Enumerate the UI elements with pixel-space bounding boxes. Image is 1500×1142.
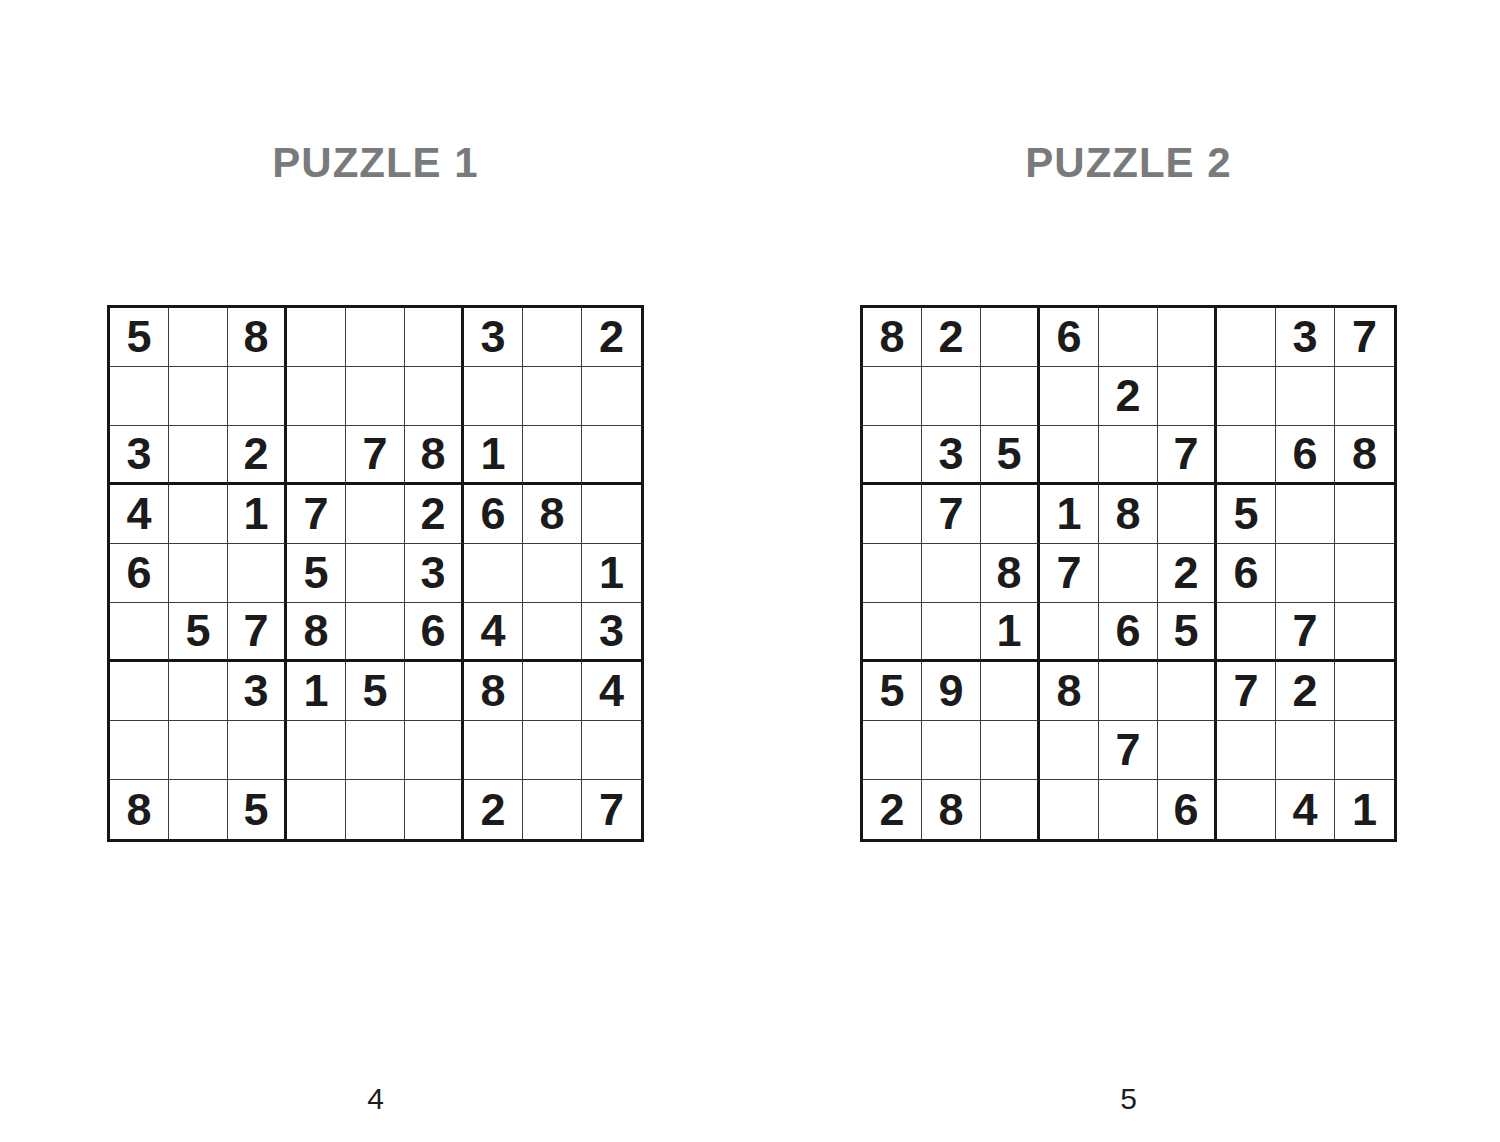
- puzzle-1-cell-r7c9: 4: [582, 662, 641, 721]
- puzzle-1-cell-r8c7[interactable]: [464, 721, 523, 780]
- puzzle-2-cell-r8c8[interactable]: [1276, 721, 1335, 780]
- puzzle-2-cell-r2c5: 2: [1099, 367, 1158, 426]
- puzzle-1-cell-r5c2[interactable]: [169, 544, 228, 603]
- puzzle-2-cell-r6c3: 1: [981, 603, 1040, 662]
- puzzle-1-cell-r7c4: 1: [287, 662, 346, 721]
- puzzle-2-cell-r3c5[interactable]: [1099, 426, 1158, 485]
- puzzle-2-cell-r6c4[interactable]: [1040, 603, 1099, 662]
- book-spread: PUZZLE 1 5832327814172686531578643315848…: [0, 0, 1500, 1142]
- puzzle-2-cell-r8c1[interactable]: [863, 721, 922, 780]
- puzzle-1-cell-r2c6[interactable]: [405, 367, 464, 426]
- puzzle-1-cell-r1c9: 2: [582, 308, 641, 367]
- puzzle-1-cell-r9c5[interactable]: [346, 780, 405, 839]
- puzzle-2-cell-r5c2[interactable]: [922, 544, 981, 603]
- puzzle-1-cell-r6c3: 7: [228, 603, 287, 662]
- puzzle-1-cell-r3c1: 3: [110, 426, 169, 485]
- puzzle-1-cell-r6c5[interactable]: [346, 603, 405, 662]
- puzzle-2-cell-r9c8: 4: [1276, 780, 1335, 839]
- puzzle-2-cell-r3c1[interactable]: [863, 426, 922, 485]
- puzzle-1-cell-r4c7: 6: [464, 485, 523, 544]
- puzzle-2-cell-r8c4[interactable]: [1040, 721, 1099, 780]
- puzzle-2-cell-r3c8: 6: [1276, 426, 1335, 485]
- puzzle-2: PUZZLE 2 8263723576871858726165759872728…: [860, 142, 1397, 842]
- puzzle-2-cell-r7c7: 7: [1217, 662, 1276, 721]
- puzzle-2-cell-r8c3[interactable]: [981, 721, 1040, 780]
- puzzle-1-cell-r4c9[interactable]: [582, 485, 641, 544]
- puzzle-1-cell-r6c8[interactable]: [523, 603, 582, 662]
- puzzle-1-cell-r5c4: 5: [287, 544, 346, 603]
- puzzle-2-cell-r4c5: 8: [1099, 485, 1158, 544]
- puzzle-2-cell-r9c3[interactable]: [981, 780, 1040, 839]
- puzzle-1-cell-r3c7: 1: [464, 426, 523, 485]
- puzzle-1-cell-r9c1: 8: [110, 780, 169, 839]
- puzzle-2-cell-r7c6[interactable]: [1158, 662, 1217, 721]
- puzzle-2-cell-r6c7[interactable]: [1217, 603, 1276, 662]
- puzzle-2-cell-r3c3: 5: [981, 426, 1040, 485]
- puzzle-1-cell-r7c6[interactable]: [405, 662, 464, 721]
- puzzle-1-cell-r4c6: 2: [405, 485, 464, 544]
- puzzle-2-board: 8263723576871858726165759872728641: [860, 305, 1397, 842]
- puzzle-1-cell-r5c1: 6: [110, 544, 169, 603]
- puzzle-1-cell-r5c3[interactable]: [228, 544, 287, 603]
- puzzle-2-cell-r7c4: 8: [1040, 662, 1099, 721]
- puzzle-2-cell-r5c9[interactable]: [1335, 544, 1394, 603]
- puzzle-1-cell-r1c4[interactable]: [287, 308, 346, 367]
- puzzle-2-cell-r4c6[interactable]: [1158, 485, 1217, 544]
- puzzle-2-cell-r8c6[interactable]: [1158, 721, 1217, 780]
- puzzle-1-cell-r2c4[interactable]: [287, 367, 346, 426]
- puzzle-1-cell-r2c7[interactable]: [464, 367, 523, 426]
- puzzle-2-cell-r1c7[interactable]: [1217, 308, 1276, 367]
- puzzle-2-title: PUZZLE 2: [860, 142, 1397, 184]
- puzzle-1-cell-r9c9: 7: [582, 780, 641, 839]
- puzzle-2-cell-r8c5: 7: [1099, 721, 1158, 780]
- puzzle-1-cell-r5c5[interactable]: [346, 544, 405, 603]
- puzzle-2-cell-r4c3[interactable]: [981, 485, 1040, 544]
- puzzle-1-cell-r2c9[interactable]: [582, 367, 641, 426]
- puzzle-1-cell-r9c3: 5: [228, 780, 287, 839]
- puzzle-2-cell-r3c4[interactable]: [1040, 426, 1099, 485]
- puzzle-1-cell-r6c2: 5: [169, 603, 228, 662]
- puzzle-2-cell-r6c2[interactable]: [922, 603, 981, 662]
- puzzle-2-cell-r9c9: 1: [1335, 780, 1394, 839]
- puzzle-1-cell-r4c3: 1: [228, 485, 287, 544]
- puzzle-2-cell-r5c7: 6: [1217, 544, 1276, 603]
- puzzle-2-cell-r9c5[interactable]: [1099, 780, 1158, 839]
- puzzle-1-cell-r3c5: 7: [346, 426, 405, 485]
- puzzle-1-cell-r3c4[interactable]: [287, 426, 346, 485]
- puzzle-2-cell-r9c7[interactable]: [1217, 780, 1276, 839]
- puzzle-2-cell-r5c1[interactable]: [863, 544, 922, 603]
- puzzle-2-cell-r5c8[interactable]: [1276, 544, 1335, 603]
- puzzle-1-cell-r8c5[interactable]: [346, 721, 405, 780]
- puzzle-2-cell-r6c6: 5: [1158, 603, 1217, 662]
- puzzle-2-cell-r7c1: 5: [863, 662, 922, 721]
- puzzle-1-cell-r8c3[interactable]: [228, 721, 287, 780]
- puzzle-1-cell-r8c9[interactable]: [582, 721, 641, 780]
- puzzle-1-cell-r9c7: 2: [464, 780, 523, 839]
- puzzle-1-cell-r9c4[interactable]: [287, 780, 346, 839]
- puzzle-2-cell-r7c9[interactable]: [1335, 662, 1394, 721]
- puzzle-1-cell-r1c5[interactable]: [346, 308, 405, 367]
- puzzle-2-cell-r2c6[interactable]: [1158, 367, 1217, 426]
- puzzle-2-cell-r9c1: 2: [863, 780, 922, 839]
- puzzle-2-cell-r7c2: 9: [922, 662, 981, 721]
- page-number-left: 4: [107, 1082, 644, 1116]
- puzzle-2-cell-r3c7[interactable]: [1217, 426, 1276, 485]
- puzzle-2-cell-r5c4: 7: [1040, 544, 1099, 603]
- puzzle-2-cell-r2c8[interactable]: [1276, 367, 1335, 426]
- puzzle-1-cell-r8c2[interactable]: [169, 721, 228, 780]
- puzzle-1-cell-r6c6: 6: [405, 603, 464, 662]
- puzzle-1-cell-r6c7: 4: [464, 603, 523, 662]
- puzzle-2-cell-r9c4[interactable]: [1040, 780, 1099, 839]
- page-number-right: 5: [860, 1082, 1397, 1116]
- puzzle-1-title: PUZZLE 1: [107, 142, 644, 184]
- puzzle-1-cell-r1c1: 5: [110, 308, 169, 367]
- puzzle-1-cell-r1c3: 8: [228, 308, 287, 367]
- puzzle-2-cell-r6c8: 7: [1276, 603, 1335, 662]
- puzzle-1-cell-r7c3: 3: [228, 662, 287, 721]
- puzzle-2-cell-r1c6[interactable]: [1158, 308, 1217, 367]
- puzzle-2-cell-r4c8[interactable]: [1276, 485, 1335, 544]
- puzzle-1-cell-r4c1: 4: [110, 485, 169, 544]
- puzzle-2-cell-r3c2: 3: [922, 426, 981, 485]
- puzzle-1-cell-r9c6[interactable]: [405, 780, 464, 839]
- puzzle-1-cell-r7c7: 8: [464, 662, 523, 721]
- puzzle-2-cell-r6c9[interactable]: [1335, 603, 1394, 662]
- puzzle-1-cell-r6c4: 8: [287, 603, 346, 662]
- puzzle-2-cell-r2c3[interactable]: [981, 367, 1040, 426]
- puzzle-2-cell-r2c4[interactable]: [1040, 367, 1099, 426]
- puzzle-1-cell-r7c5: 5: [346, 662, 405, 721]
- puzzle-1-cell-r3c9[interactable]: [582, 426, 641, 485]
- puzzle-2-cell-r9c6: 6: [1158, 780, 1217, 839]
- puzzle-2-cell-r1c3[interactable]: [981, 308, 1040, 367]
- puzzle-1-cell-r8c8[interactable]: [523, 721, 582, 780]
- puzzle-1-cell-r5c8[interactable]: [523, 544, 582, 603]
- puzzle-1-cell-r8c1[interactable]: [110, 721, 169, 780]
- puzzle-1-cell-r2c5[interactable]: [346, 367, 405, 426]
- puzzle-1-cell-r9c2[interactable]: [169, 780, 228, 839]
- puzzle-1-cell-r5c7[interactable]: [464, 544, 523, 603]
- puzzle-2-cell-r1c5[interactable]: [1099, 308, 1158, 367]
- puzzle-1-cell-r1c8[interactable]: [523, 308, 582, 367]
- puzzle-1-cell-r1c7: 3: [464, 308, 523, 367]
- puzzle-2-cell-r7c3[interactable]: [981, 662, 1040, 721]
- puzzle-2-cell-r4c1[interactable]: [863, 485, 922, 544]
- puzzle-2-cell-r4c2: 7: [922, 485, 981, 544]
- puzzle-1: PUZZLE 1 5832327814172686531578643315848…: [107, 142, 644, 842]
- puzzle-2-cell-r2c1[interactable]: [863, 367, 922, 426]
- puzzle-2-cell-r1c1: 8: [863, 308, 922, 367]
- puzzle-2-cell-r5c6: 2: [1158, 544, 1217, 603]
- puzzle-2-cell-r9c2: 8: [922, 780, 981, 839]
- puzzle-1-cell-r7c2[interactable]: [169, 662, 228, 721]
- puzzle-1-cell-r4c2[interactable]: [169, 485, 228, 544]
- puzzle-1-cell-r2c2[interactable]: [169, 367, 228, 426]
- puzzle-1-cell-r4c4: 7: [287, 485, 346, 544]
- puzzle-2-cell-r4c4: 1: [1040, 485, 1099, 544]
- puzzle-1-cell-r5c6: 3: [405, 544, 464, 603]
- puzzle-2-cell-r1c4: 6: [1040, 308, 1099, 367]
- puzzle-2-cell-r7c8: 2: [1276, 662, 1335, 721]
- puzzle-2-cell-r5c3: 8: [981, 544, 1040, 603]
- puzzle-1-cell-r3c2[interactable]: [169, 426, 228, 485]
- puzzle-1-cell-r3c3: 2: [228, 426, 287, 485]
- puzzle-2-cell-r1c8: 3: [1276, 308, 1335, 367]
- puzzle-1-cell-r1c6[interactable]: [405, 308, 464, 367]
- puzzle-2-cell-r7c5[interactable]: [1099, 662, 1158, 721]
- puzzle-1-cell-r2c1[interactable]: [110, 367, 169, 426]
- puzzle-1-cell-r8c4[interactable]: [287, 721, 346, 780]
- puzzle-1-cell-r2c8[interactable]: [523, 367, 582, 426]
- puzzle-1-cell-r3c8[interactable]: [523, 426, 582, 485]
- puzzle-2-cell-r2c2[interactable]: [922, 367, 981, 426]
- puzzle-1-cell-r2c3[interactable]: [228, 367, 287, 426]
- puzzle-1-cell-r1c2[interactable]: [169, 308, 228, 367]
- puzzle-2-cell-r2c7[interactable]: [1217, 367, 1276, 426]
- puzzle-2-cell-r8c2[interactable]: [922, 721, 981, 780]
- puzzle-2-cell-r6c5: 6: [1099, 603, 1158, 662]
- puzzle-1-cell-r8c6[interactable]: [405, 721, 464, 780]
- puzzle-2-cell-r5c5[interactable]: [1099, 544, 1158, 603]
- puzzle-2-cell-r8c7[interactable]: [1217, 721, 1276, 780]
- puzzle-1-board: 5832327814172686531578643315848527: [107, 305, 644, 842]
- puzzle-1-cell-r3c6: 8: [405, 426, 464, 485]
- puzzle-2-cell-r3c6: 7: [1158, 426, 1217, 485]
- puzzle-2-cell-r4c9[interactable]: [1335, 485, 1394, 544]
- puzzle-2-cell-r1c9: 7: [1335, 308, 1394, 367]
- puzzle-1-cell-r7c1[interactable]: [110, 662, 169, 721]
- puzzle-1-cell-r9c8[interactable]: [523, 780, 582, 839]
- puzzle-2-cell-r3c9: 8: [1335, 426, 1394, 485]
- puzzle-2-cell-r2c9[interactable]: [1335, 367, 1394, 426]
- puzzle-2-cell-r4c7: 5: [1217, 485, 1276, 544]
- puzzle-2-cell-r1c2: 2: [922, 308, 981, 367]
- puzzle-2-cell-r6c1[interactable]: [863, 603, 922, 662]
- puzzle-1-cell-r6c1[interactable]: [110, 603, 169, 662]
- puzzle-1-cell-r4c5[interactable]: [346, 485, 405, 544]
- puzzle-1-cell-r5c9: 1: [582, 544, 641, 603]
- puzzle-1-cell-r7c8[interactable]: [523, 662, 582, 721]
- puzzle-1-cell-r6c9: 3: [582, 603, 641, 662]
- puzzle-2-cell-r8c9[interactable]: [1335, 721, 1394, 780]
- puzzle-1-cell-r4c8: 8: [523, 485, 582, 544]
